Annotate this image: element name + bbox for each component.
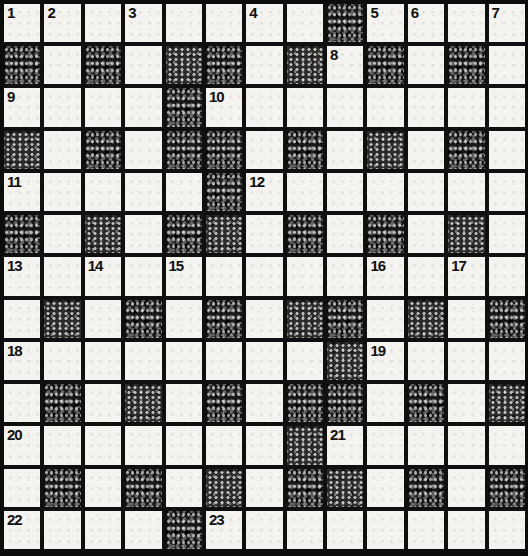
white-cell-r8c1[interactable] — [4, 300, 40, 338]
white-cell-r13c6[interactable]: 23 — [206, 511, 242, 549]
white-cell-r13c12[interactable] — [448, 511, 484, 549]
white-cell-r1c7[interactable]: 4 — [246, 4, 282, 42]
white-cell-r6c7[interactable] — [246, 215, 282, 253]
clue-number-12: 12 — [249, 174, 264, 189]
clue-number-14: 14 — [88, 258, 103, 273]
white-cell-r11c9[interactable]: 21 — [327, 426, 363, 464]
white-cell-r7c5[interactable]: 15 — [166, 257, 202, 295]
black-cell-r13c5 — [166, 511, 202, 549]
clue-number-22: 22 — [7, 512, 22, 527]
black-cell-r8c6 — [206, 300, 242, 338]
white-cell-r1c4[interactable]: 3 — [125, 4, 161, 42]
white-cell-r3c3[interactable] — [85, 88, 121, 126]
white-cell-r5c13[interactable] — [489, 173, 525, 211]
white-cell-r9c7[interactable] — [246, 342, 282, 380]
white-cell-r7c13[interactable] — [489, 257, 525, 295]
crossword-board: 1234567891011121314151617181920212223 — [0, 0, 528, 556]
white-cell-r7c1[interactable]: 13 — [4, 257, 40, 295]
black-cell-r6c1 — [4, 215, 40, 253]
white-cell-r1c1[interactable]: 1 — [4, 4, 40, 42]
clue-number-15: 15 — [169, 258, 184, 273]
white-cell-r5c9[interactable] — [327, 173, 363, 211]
black-cell-r12c4 — [125, 469, 161, 507]
white-cell-r4c13[interactable] — [489, 131, 525, 169]
white-cell-r8c7[interactable] — [246, 300, 282, 338]
white-cell-r6c4[interactable] — [125, 215, 161, 253]
white-cell-r2c13[interactable] — [489, 46, 525, 84]
clue-number-6: 6 — [411, 5, 418, 20]
black-cell-r6c5 — [166, 215, 202, 253]
white-cell-r5c11[interactable] — [408, 173, 444, 211]
clue-number-2: 2 — [47, 5, 54, 20]
white-cell-r7c11[interactable] — [408, 257, 444, 295]
black-cell-r10c4 — [125, 384, 161, 422]
white-cell-r2c4[interactable] — [125, 46, 161, 84]
black-cell-r2c10 — [367, 46, 403, 84]
white-cell-r11c13[interactable] — [489, 426, 525, 464]
black-cell-r2c3 — [85, 46, 121, 84]
white-cell-r8c10[interactable] — [367, 300, 403, 338]
white-cell-r4c2[interactable] — [44, 131, 80, 169]
white-cell-r4c9[interactable] — [327, 131, 363, 169]
white-cell-r3c13[interactable] — [489, 88, 525, 126]
white-cell-r6c2[interactable] — [44, 215, 80, 253]
white-cell-r5c4[interactable] — [125, 173, 161, 211]
white-cell-r13c9[interactable] — [327, 511, 363, 549]
white-cell-r13c4[interactable] — [125, 511, 161, 549]
white-cell-r3c2[interactable] — [44, 88, 80, 126]
clue-number-16: 16 — [370, 258, 385, 273]
white-cell-r12c3[interactable] — [85, 469, 121, 507]
black-cell-r2c8 — [287, 46, 323, 84]
white-cell-r11c5[interactable] — [166, 426, 202, 464]
white-cell-r7c8[interactable] — [287, 257, 323, 295]
white-cell-r8c5[interactable] — [166, 300, 202, 338]
white-cell-r5c10[interactable] — [367, 173, 403, 211]
white-cell-r12c5[interactable] — [166, 469, 202, 507]
white-cell-r11c6[interactable] — [206, 426, 242, 464]
white-cell-r4c11[interactable] — [408, 131, 444, 169]
black-cell-r12c13 — [489, 469, 525, 507]
white-cell-r7c9[interactable] — [327, 257, 363, 295]
white-cell-r13c10[interactable] — [367, 511, 403, 549]
white-cell-r3c8[interactable] — [287, 88, 323, 126]
white-cell-r11c11[interactable] — [408, 426, 444, 464]
white-cell-r12c7[interactable] — [246, 469, 282, 507]
clue-number-7: 7 — [492, 5, 499, 20]
white-cell-r11c3[interactable] — [85, 426, 121, 464]
clue-number-21: 21 — [330, 427, 345, 442]
white-cell-r13c7[interactable] — [246, 511, 282, 549]
white-cell-r1c12[interactable] — [448, 4, 484, 42]
black-cell-r8c4 — [125, 300, 161, 338]
clue-number-4: 4 — [249, 5, 256, 20]
white-cell-r9c12[interactable] — [448, 342, 484, 380]
black-cell-r8c11 — [408, 300, 444, 338]
black-cell-r10c11 — [408, 384, 444, 422]
white-cell-r6c9[interactable] — [327, 215, 363, 253]
black-cell-r5c6 — [206, 173, 242, 211]
white-cell-r13c2[interactable] — [44, 511, 80, 549]
white-cell-r5c5[interactable] — [166, 173, 202, 211]
white-cell-r5c3[interactable] — [85, 173, 121, 211]
white-cell-r9c4[interactable] — [125, 342, 161, 380]
crossword-page: 1234567891011121314151617181920212223 — [0, 0, 528, 556]
white-cell-r5c12[interactable] — [448, 173, 484, 211]
white-cell-r10c5[interactable] — [166, 384, 202, 422]
white-cell-r3c10[interactable] — [367, 88, 403, 126]
clue-number-17: 17 — [451, 258, 466, 273]
white-cell-r1c3[interactable] — [85, 4, 121, 42]
white-cell-r13c8[interactable] — [287, 511, 323, 549]
white-cell-r11c1[interactable]: 20 — [4, 426, 40, 464]
white-cell-r9c11[interactable] — [408, 342, 444, 380]
black-cell-r2c5 — [166, 46, 202, 84]
white-cell-r11c12[interactable] — [448, 426, 484, 464]
black-cell-r12c6 — [206, 469, 242, 507]
black-cell-r6c6 — [206, 215, 242, 253]
white-cell-r9c3[interactable] — [85, 342, 121, 380]
white-cell-r10c7[interactable] — [246, 384, 282, 422]
white-cell-r2c7[interactable] — [246, 46, 282, 84]
black-cell-r12c8 — [287, 469, 323, 507]
white-cell-r9c1[interactable]: 18 — [4, 342, 40, 380]
white-cell-r2c9[interactable]: 8 — [327, 46, 363, 84]
black-cell-r6c12 — [448, 215, 484, 253]
white-cell-r11c10[interactable] — [367, 426, 403, 464]
black-cell-r6c10 — [367, 215, 403, 253]
clue-number-9: 9 — [7, 89, 14, 104]
white-cell-r12c10[interactable] — [367, 469, 403, 507]
white-cell-r9c6[interactable] — [206, 342, 242, 380]
white-cell-r12c1[interactable] — [4, 469, 40, 507]
white-cell-r13c11[interactable] — [408, 511, 444, 549]
white-cell-r11c4[interactable] — [125, 426, 161, 464]
black-cell-r12c9 — [327, 469, 363, 507]
white-cell-r3c12[interactable] — [448, 88, 484, 126]
black-cell-r9c9 — [327, 342, 363, 380]
white-cell-r1c5[interactable] — [166, 4, 202, 42]
white-cell-r5c1[interactable]: 11 — [4, 173, 40, 211]
black-cell-r10c13 — [489, 384, 525, 422]
black-cell-r10c6 — [206, 384, 242, 422]
black-cell-r11c8 — [287, 426, 323, 464]
white-cell-r7c6[interactable] — [206, 257, 242, 295]
white-cell-r2c11[interactable] — [408, 46, 444, 84]
clue-number-3: 3 — [128, 5, 135, 20]
black-cell-r6c3 — [85, 215, 121, 253]
white-cell-r1c11[interactable]: 6 — [408, 4, 444, 42]
white-cell-r13c1[interactable]: 22 — [4, 511, 40, 549]
black-cell-r10c8 — [287, 384, 323, 422]
black-cell-r10c2 — [44, 384, 80, 422]
white-cell-r9c10[interactable]: 19 — [367, 342, 403, 380]
black-cell-r8c8 — [287, 300, 323, 338]
black-cell-r12c2 — [44, 469, 80, 507]
clue-number-23: 23 — [209, 512, 224, 527]
white-cell-r4c7[interactable] — [246, 131, 282, 169]
white-cell-r12c12[interactable] — [448, 469, 484, 507]
black-cell-r4c12 — [448, 131, 484, 169]
white-cell-r13c13[interactable] — [489, 511, 525, 549]
white-cell-r2c2[interactable] — [44, 46, 80, 84]
black-cell-r4c3 — [85, 131, 121, 169]
black-cell-r10c9 — [327, 384, 363, 422]
clue-number-10: 10 — [209, 89, 224, 104]
black-cell-r12c11 — [408, 469, 444, 507]
white-cell-r7c4[interactable] — [125, 257, 161, 295]
white-cell-r3c6[interactable]: 10 — [206, 88, 242, 126]
white-cell-r9c2[interactable] — [44, 342, 80, 380]
white-cell-r5c2[interactable] — [44, 173, 80, 211]
white-cell-r9c13[interactable] — [489, 342, 525, 380]
white-cell-r10c1[interactable] — [4, 384, 40, 422]
white-cell-r1c10[interactable]: 5 — [367, 4, 403, 42]
black-cell-r3c5 — [166, 88, 202, 126]
white-cell-r5c7[interactable]: 12 — [246, 173, 282, 211]
black-cell-r8c2 — [44, 300, 80, 338]
white-cell-r1c6[interactable] — [206, 4, 242, 42]
white-cell-r3c4[interactable] — [125, 88, 161, 126]
black-cell-r2c1 — [4, 46, 40, 84]
white-cell-r3c1[interactable]: 9 — [4, 88, 40, 126]
white-cell-r9c5[interactable] — [166, 342, 202, 380]
white-cell-r7c12[interactable]: 17 — [448, 257, 484, 295]
black-cell-r4c5 — [166, 131, 202, 169]
white-cell-r10c12[interactable] — [448, 384, 484, 422]
black-cell-r8c13 — [489, 300, 525, 338]
white-cell-r5c8[interactable] — [287, 173, 323, 211]
clue-number-5: 5 — [370, 5, 377, 20]
white-cell-r3c7[interactable] — [246, 88, 282, 126]
black-cell-r2c12 — [448, 46, 484, 84]
clue-number-19: 19 — [370, 343, 385, 358]
white-cell-r7c10[interactable]: 16 — [367, 257, 403, 295]
clue-number-8: 8 — [330, 47, 337, 62]
black-cell-r8c9 — [327, 300, 363, 338]
white-cell-r7c3[interactable]: 14 — [85, 257, 121, 295]
white-cell-r3c9[interactable] — [327, 88, 363, 126]
black-cell-r1c9 — [327, 4, 363, 42]
black-cell-r6c8 — [287, 215, 323, 253]
white-cell-r9c8[interactable] — [287, 342, 323, 380]
white-cell-r6c13[interactable] — [489, 215, 525, 253]
black-cell-r4c1 — [4, 131, 40, 169]
white-cell-r6c11[interactable] — [408, 215, 444, 253]
white-cell-r1c13[interactable]: 7 — [489, 4, 525, 42]
white-cell-r4c4[interactable] — [125, 131, 161, 169]
white-cell-r7c2[interactable] — [44, 257, 80, 295]
white-cell-r1c8[interactable] — [287, 4, 323, 42]
clue-number-1: 1 — [7, 5, 14, 20]
white-cell-r11c7[interactable] — [246, 426, 282, 464]
black-cell-r4c10 — [367, 131, 403, 169]
white-cell-r10c10[interactable] — [367, 384, 403, 422]
clue-number-11: 11 — [7, 174, 21, 189]
white-cell-r7c7[interactable] — [246, 257, 282, 295]
white-cell-r8c12[interactable] — [448, 300, 484, 338]
clue-number-20: 20 — [7, 427, 22, 442]
black-cell-r4c8 — [287, 131, 323, 169]
white-cell-r3c11[interactable] — [408, 88, 444, 126]
white-cell-r13c3[interactable] — [85, 511, 121, 549]
white-cell-r10c3[interactable] — [85, 384, 121, 422]
white-cell-r8c3[interactable] — [85, 300, 121, 338]
white-cell-r1c2[interactable]: 2 — [44, 4, 80, 42]
black-cell-r2c6 — [206, 46, 242, 84]
clue-number-18: 18 — [7, 343, 22, 358]
clue-number-13: 13 — [7, 258, 22, 273]
black-cell-r4c6 — [206, 131, 242, 169]
white-cell-r11c2[interactable] — [44, 426, 80, 464]
